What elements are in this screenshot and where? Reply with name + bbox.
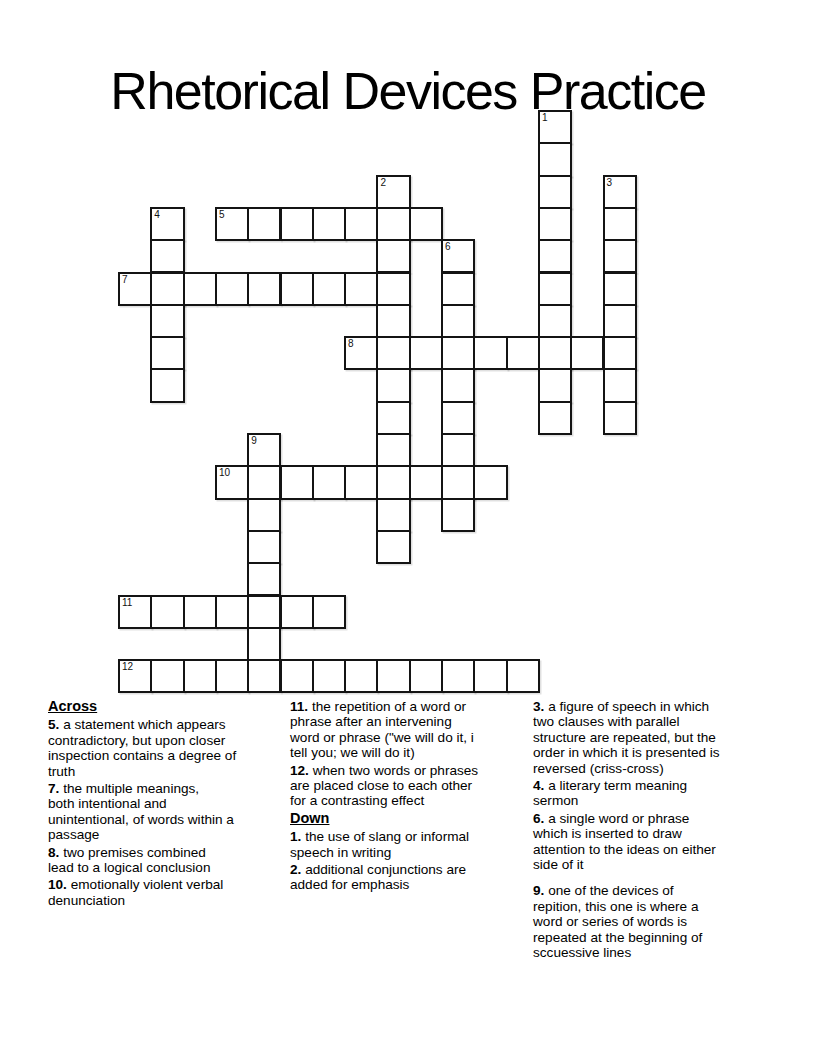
clue-text: a figure of speech in which two clauses …	[533, 699, 720, 776]
grid-cell[interactable]	[344, 659, 378, 693]
grid-cell[interactable]	[603, 272, 637, 306]
grid-cell[interactable]	[603, 304, 637, 338]
clue-number: 12	[122, 661, 133, 673]
grid-cell[interactable]	[441, 659, 475, 693]
grid-cell[interactable]	[376, 498, 410, 532]
grid-cell[interactable]	[312, 659, 346, 693]
grid-cell[interactable]	[376, 207, 410, 241]
grid-cell[interactable]	[150, 272, 184, 306]
across-clues-list-2: 11. the repetition of a word or phrase a…	[290, 699, 540, 809]
grid-cell[interactable]: 4	[150, 207, 184, 241]
grid-cell[interactable]	[344, 207, 378, 241]
clue-number: 11	[122, 597, 132, 609]
clue-text: when two words or phrases are placed clo…	[290, 763, 478, 809]
grid-cell[interactable]	[506, 659, 540, 693]
clue-number-label: 1.	[290, 829, 305, 844]
grid-cell[interactable]	[312, 272, 346, 306]
clue: 12. when two words or phrases are placed…	[290, 763, 540, 809]
grid-cell[interactable]	[538, 207, 572, 241]
clue-number-label: 8.	[48, 845, 63, 860]
across-clues-list: 5. a statement which appears contradicto…	[48, 717, 298, 908]
grid-cell[interactable]	[150, 659, 184, 693]
grid-cell[interactable]	[603, 239, 637, 273]
grid-cell[interactable]	[215, 659, 249, 693]
grid-cell[interactable]	[376, 530, 410, 564]
clue-number: 6	[445, 241, 451, 253]
grid-cell[interactable]	[376, 465, 410, 499]
clue: 6. a single word or phrase which is inse…	[533, 811, 783, 873]
grid-cell[interactable]	[280, 272, 314, 306]
grid-cell[interactable]	[247, 498, 281, 532]
clue-number-label: 7.	[48, 781, 63, 796]
clue-number: 9	[251, 435, 257, 447]
clue-text: the multiple meanings, both intentional …	[48, 781, 234, 842]
clue-text: a statement which appears contradictory,…	[48, 717, 236, 778]
grid-cell[interactable]	[538, 336, 572, 370]
grid-cell[interactable]	[280, 659, 314, 693]
down-clues-list-2: 3. a figure of speech in which two claus…	[533, 699, 783, 872]
grid-cell[interactable]	[247, 272, 281, 306]
down-heading: Down	[290, 811, 540, 826]
grid-cell[interactable]	[441, 498, 475, 532]
grid-cell[interactable]	[570, 336, 604, 370]
grid-cell[interactable]	[247, 465, 281, 499]
grid-cell[interactable]	[409, 207, 443, 241]
clue-text: a single word or phrase which is inserte…	[533, 811, 716, 872]
grid-cell[interactable]	[376, 368, 410, 402]
grid-cell[interactable]	[538, 401, 572, 435]
grid-cell[interactable]	[538, 175, 572, 209]
clue: 4. a literary term meaning sermon	[533, 778, 783, 809]
grid-cell[interactable]	[280, 465, 314, 499]
clue: 10. emotionally violent verbal denunciat…	[48, 877, 298, 908]
grid-cell[interactable]	[247, 207, 281, 241]
grid-cell[interactable]	[538, 272, 572, 306]
grid-cell[interactable]	[603, 368, 637, 402]
grid-cell[interactable]	[376, 272, 410, 306]
clue: 2. additional conjunctions are added for…	[290, 862, 540, 893]
grid-cell[interactable]	[247, 562, 281, 596]
clue-text: one of the devices of repition, this one…	[533, 883, 702, 960]
down-clues-list-3: 9. one of the devices of repition, this …	[533, 883, 783, 960]
grid-cell[interactable]	[603, 401, 637, 435]
grid-cell[interactable]	[441, 304, 475, 338]
clue: 7. the multiple meanings, both intention…	[48, 781, 298, 843]
clue-text: two premises combined lead to a logical …	[48, 845, 210, 875]
grid-cell[interactable]	[344, 272, 378, 306]
grid-cell[interactable]	[376, 433, 410, 467]
grid-cell[interactable]	[312, 465, 346, 499]
clue-number-label: 6.	[533, 811, 548, 826]
grid-cell[interactable]	[538, 239, 572, 273]
clue: 8. two premises combined lead to a logic…	[48, 845, 298, 876]
grid-cell[interactable]: 7	[118, 272, 152, 306]
clue: 1. the use of slang or informal speech i…	[290, 829, 540, 860]
grid-cell[interactable]	[441, 368, 475, 402]
grid-cell[interactable]	[150, 239, 184, 273]
clue: 3. a figure of speech in which two claus…	[533, 699, 783, 776]
grid-cell[interactable]	[183, 272, 217, 306]
clue-number: 8	[348, 338, 354, 350]
grid-cell[interactable]: 9	[247, 433, 281, 467]
clue-number-label: 3.	[533, 699, 548, 714]
clue: 9. one of the devices of repition, this …	[533, 883, 783, 960]
clues-column-middle: 11. the repetition of a word or phrase a…	[290, 699, 540, 895]
grid-cell[interactable]	[376, 336, 410, 370]
grid-cell[interactable]: 1	[538, 110, 572, 144]
grid-cell[interactable]	[344, 465, 378, 499]
grid-cell[interactable]	[150, 595, 184, 629]
grid-cell[interactable]	[473, 465, 507, 499]
clue-number-label: 10.	[48, 877, 71, 892]
grid-cell[interactable]	[312, 595, 346, 629]
grid-cell[interactable]	[183, 659, 217, 693]
clue-number-label: 2.	[290, 862, 305, 877]
clue-number: 2	[380, 177, 386, 189]
clue-number-label: 5.	[48, 717, 63, 732]
grid-cell[interactable]	[247, 530, 281, 564]
clue-text: the use of slang or informal speech in w…	[290, 829, 469, 859]
clue-number: 7	[122, 274, 128, 286]
grid-cell[interactable]: 6	[441, 239, 475, 273]
crossword-grid: 123456789101112	[118, 110, 638, 694]
clue-number: 1	[542, 112, 548, 124]
clue-text: the repetition of a word or phrase after…	[290, 699, 474, 760]
grid-cell[interactable]	[280, 207, 314, 241]
clue-text: a literary term meaning sermon	[533, 778, 687, 808]
clue-number-label: 4.	[533, 778, 548, 793]
clue-number: 3	[607, 177, 613, 189]
grid-cell[interactable]	[312, 207, 346, 241]
grid-cell[interactable]: 11	[118, 595, 152, 629]
grid-cell[interactable]: 5	[215, 207, 249, 241]
grid-cell[interactable]	[441, 401, 475, 435]
clue-number: 5	[219, 209, 225, 221]
grid-cell[interactable]	[538, 368, 572, 402]
grid-cell[interactable]: 2	[376, 175, 410, 209]
grid-cell[interactable]	[473, 659, 507, 693]
grid-cell[interactable]	[538, 304, 572, 338]
clue-text: additional conjunctions are added for em…	[290, 862, 466, 892]
clue-number-label: 11.	[290, 699, 312, 714]
grid-cell[interactable]	[280, 595, 314, 629]
grid-cell[interactable]	[409, 659, 443, 693]
grid-cell[interactable]: 3	[603, 175, 637, 209]
clues-column-down: 3. a figure of speech in which two claus…	[533, 699, 783, 963]
grid-cell[interactable]	[150, 336, 184, 370]
clue: 5. a statement which appears contradicto…	[48, 717, 298, 779]
clue-text: emotionally violent verbal denunciation	[48, 877, 223, 907]
grid-cell[interactable]	[409, 465, 443, 499]
grid-cell[interactable]	[441, 433, 475, 467]
grid-cell[interactable]	[215, 272, 249, 306]
clue-number-label: 9.	[533, 883, 548, 898]
grid-cell[interactable]	[603, 336, 637, 370]
grid-cell[interactable]	[247, 659, 281, 693]
grid-cell[interactable]	[150, 368, 184, 402]
grid-cell[interactable]	[441, 272, 475, 306]
grid-cell[interactable]	[506, 336, 540, 370]
grid-cell[interactable]	[538, 142, 572, 176]
grid-cell[interactable]	[215, 595, 249, 629]
grid-cell[interactable]	[441, 336, 475, 370]
clue-number: 10	[219, 467, 230, 479]
clue-number: 4	[154, 209, 160, 221]
grid-cell[interactable]	[247, 627, 281, 661]
grid-cell[interactable]	[603, 207, 637, 241]
grid-cell[interactable]: 12	[118, 659, 152, 693]
grid-cell[interactable]	[409, 336, 443, 370]
grid-cell[interactable]	[150, 304, 184, 338]
grid-cell[interactable]	[376, 659, 410, 693]
grid-cell[interactable]	[441, 465, 475, 499]
down-clues-list: 1. the use of slang or informal speech i…	[290, 829, 540, 893]
grid-cell[interactable]: 10	[215, 465, 249, 499]
grid-cell[interactable]	[376, 401, 410, 435]
grid-cell[interactable]: 8	[344, 336, 378, 370]
grid-cell[interactable]	[247, 595, 281, 629]
grid-cell[interactable]	[376, 239, 410, 273]
clue: 11. the repetition of a word or phrase a…	[290, 699, 540, 761]
grid-cell[interactable]	[183, 595, 217, 629]
grid-cell[interactable]	[473, 336, 507, 370]
clue-number-label: 12.	[290, 763, 313, 778]
grid-cell[interactable]	[376, 304, 410, 338]
clues-column-across: Across 5. a statement which appears cont…	[48, 699, 298, 910]
across-heading: Across	[48, 699, 298, 714]
